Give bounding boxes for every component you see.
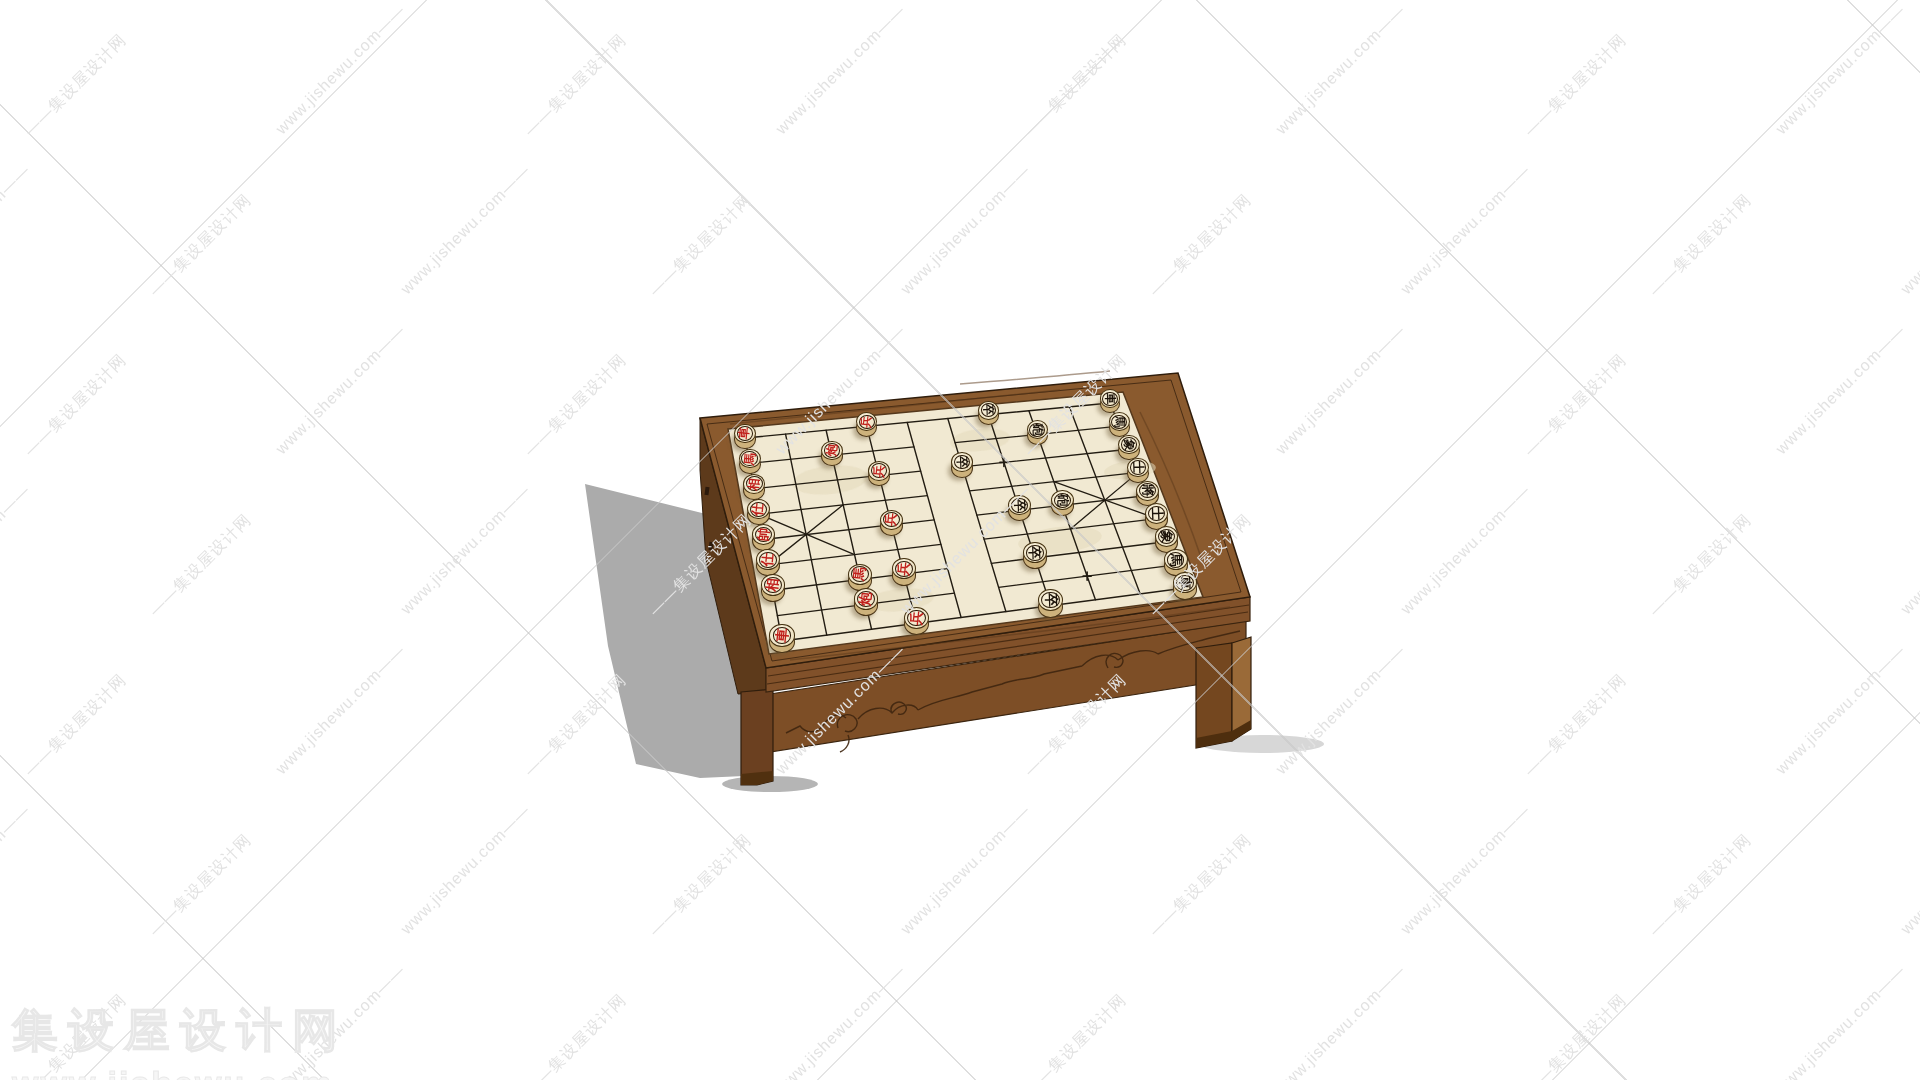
- table-and-board-render: [0, 0, 1920, 1080]
- scene: 車馬相仕帥仕相車炮馬炮兵兵兵兵兵車馬象士將士象馬車砲砲卒卒卒卒卒 www.jis…: [0, 0, 1920, 1080]
- front-left-leg: [741, 689, 773, 785]
